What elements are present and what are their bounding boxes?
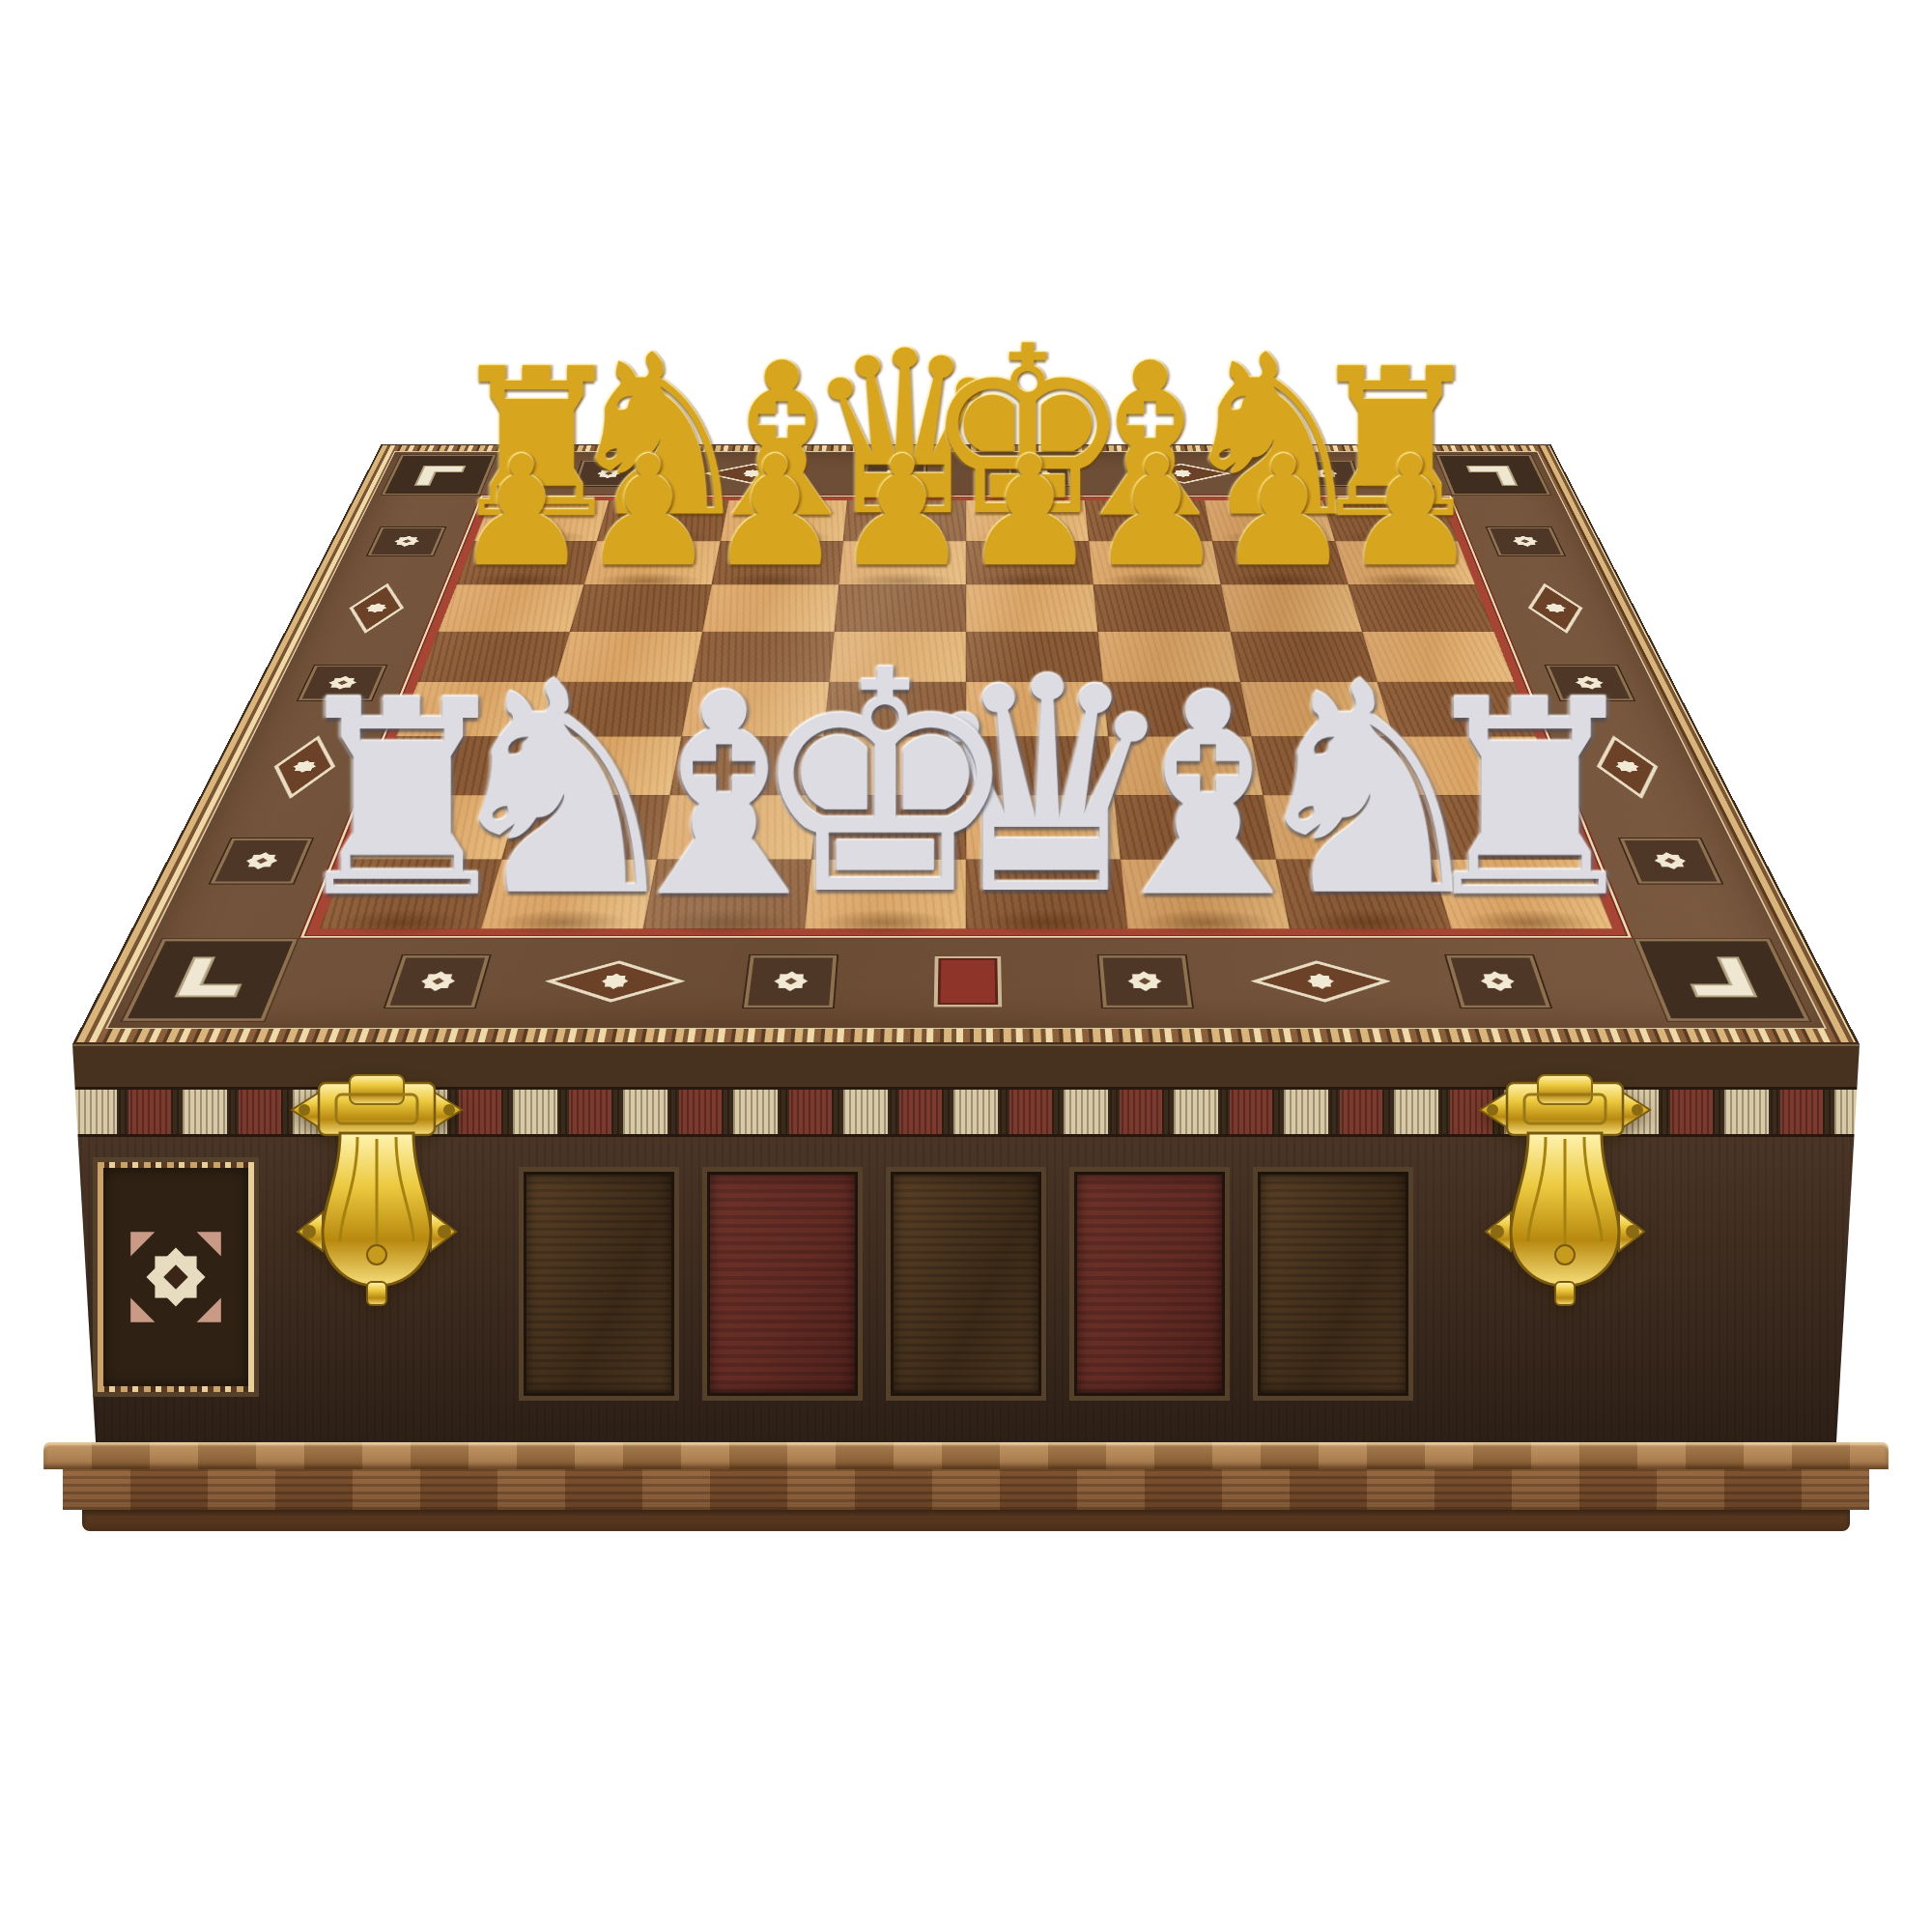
gold-pawn[interactable]: ♟	[1215, 441, 1351, 582]
diamond-inlay-icon	[539, 959, 688, 1004]
silver-bishop[interactable]: ♝	[599, 668, 849, 925]
front-panel-red	[1074, 1172, 1225, 1396]
square-f1[interactable]: ♝	[1121, 859, 1290, 928]
eight-point-star-icon	[382, 532, 431, 551]
gold-pawn[interactable]: ♟	[580, 441, 716, 582]
square-b7[interactable]: ♟	[584, 541, 721, 584]
mosaic-star-tile	[385, 955, 490, 1008]
board-top-surface: ♜♞♝♛♚♝♞♜♟♟♟♟♟♟♟♟♜♞♝♚♛♝♞♜	[72, 444, 1860, 1044]
board-3d-scene: ♜♞♝♛♚♝♞♜♟♟♟♟♟♟♟♟♜♞♝♚♛♝♞♜	[0, 0, 1932, 1044]
eight-point-star-icon	[1464, 965, 1531, 998]
gold-pawn[interactable]: ♟	[1089, 441, 1225, 582]
gold-pawn[interactable]: ♟	[961, 441, 1097, 582]
mosaic-corner-bracket	[123, 939, 298, 1020]
eight-point-star-icon	[761, 965, 820, 998]
gold-pawn[interactable]: ♟	[835, 441, 971, 582]
square-h1[interactable]: ♜	[1430, 859, 1612, 928]
square-a7[interactable]: ♟	[457, 541, 597, 584]
panel-star-icon	[124, 1225, 228, 1329]
front-panel-dark	[1258, 1172, 1408, 1396]
base-body	[63, 1469, 1869, 1510]
diamond-inlay-icon	[335, 583, 415, 634]
mosaic-diamond-tile	[1516, 583, 1596, 634]
chessboard-grid: ♜♞♝♛♚♝♞♜♟♟♟♟♟♟♟♟♜♞♝♚♛♝♞♜	[320, 500, 1613, 929]
corner-bracket-icon	[140, 947, 281, 1012]
mosaic-star-tile	[1098, 955, 1191, 1008]
diamond-inlay-icon	[1247, 959, 1396, 1004]
right-gold-clasp-latch[interactable]	[1478, 1069, 1652, 1311]
square-e7[interactable]: ♟	[966, 541, 1094, 584]
square-f7[interactable]: ♟	[1089, 541, 1220, 584]
square-h7[interactable]: ♟	[1335, 541, 1475, 584]
square-d7[interactable]: ♟	[838, 541, 966, 584]
mosaic-star-tile	[1487, 527, 1564, 555]
square-c1[interactable]: ♝	[642, 859, 811, 928]
gold-pawn[interactable]: ♟	[1343, 441, 1479, 582]
front-panel-dark	[891, 1172, 1041, 1396]
product-photo: ♜♞♝♛♚♝♞♜♟♟♟♟♟♟♟♟♜♞♝♚♛♝♞♜	[0, 0, 1932, 1932]
mosaic-diamond-tile	[539, 959, 688, 1004]
front-panel-red	[707, 1172, 858, 1396]
eight-point-star-icon	[405, 965, 471, 998]
mosaic-star-tile	[368, 527, 445, 555]
eight-point-star-icon	[1115, 965, 1174, 998]
base-bottom-edge	[82, 1510, 1850, 1531]
eight-point-star-icon	[1500, 532, 1549, 551]
front-panel-dark	[524, 1172, 674, 1396]
silver-rook[interactable]: ♜	[1409, 676, 1651, 924]
square-c7[interactable]: ♟	[711, 541, 842, 584]
mosaic-diamond-tile	[335, 583, 415, 634]
gold-pawn[interactable]: ♟	[707, 441, 843, 582]
mosaic-star-tile	[1446, 955, 1550, 1008]
box-front-face	[72, 1044, 1860, 1442]
mosaic-diamond-tile	[1247, 959, 1396, 1004]
base-molding-lip	[43, 1442, 1889, 1469]
diamond-inlay-icon	[1516, 583, 1596, 634]
square-g7[interactable]: ♟	[1212, 541, 1349, 584]
wooden-base	[43, 1442, 1889, 1531]
left-gold-clasp-latch[interactable]	[290, 1069, 464, 1311]
mosaic-star-tile	[744, 955, 837, 1008]
silver-bishop[interactable]: ♝	[1083, 668, 1333, 925]
front-panel-mosaic-star	[98, 1162, 254, 1392]
mosaic-red-tile	[934, 956, 1002, 1008]
mosaic-corner-bracket	[1634, 939, 1809, 1020]
gold-pawn[interactable]: ♟	[453, 441, 589, 582]
corner-bracket-icon	[1651, 947, 1792, 1012]
